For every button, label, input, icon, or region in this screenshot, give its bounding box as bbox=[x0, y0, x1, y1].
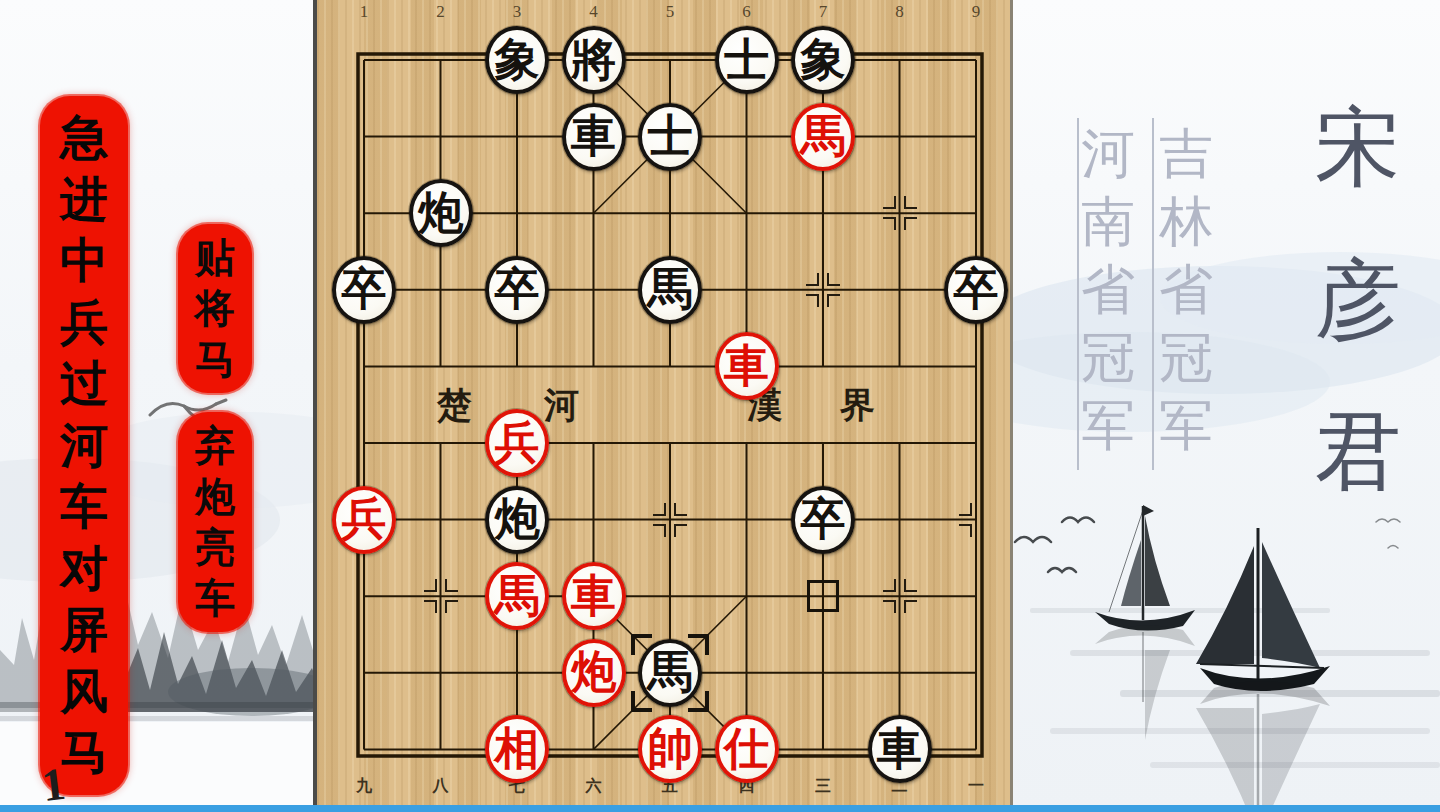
piece-black-advisor[interactable]: 士 bbox=[715, 26, 779, 94]
vertical-char: 弃 bbox=[195, 420, 235, 471]
footer-bar bbox=[0, 805, 1440, 812]
vertical-char: 亮 bbox=[195, 522, 235, 573]
vertical-char: 省 bbox=[1078, 256, 1138, 324]
file-number-bottom: 八 bbox=[429, 776, 453, 797]
vertical-char: 冠 bbox=[1078, 324, 1138, 392]
piece-red-chariot[interactable]: 車 bbox=[562, 562, 626, 630]
piece-black-cannon[interactable]: 炮 bbox=[485, 486, 549, 554]
piece-black-soldier[interactable]: 卒 bbox=[332, 256, 396, 324]
star-point-marker bbox=[959, 503, 993, 537]
piece-red-soldier[interactable]: 兵 bbox=[485, 409, 549, 477]
vertical-char: 急 bbox=[60, 107, 108, 169]
piece-black-chariot[interactable]: 車 bbox=[562, 103, 626, 171]
star-point-marker bbox=[653, 503, 687, 537]
piece-red-horse[interactable]: 馬 bbox=[485, 562, 549, 630]
vertical-char: 军 bbox=[1156, 392, 1216, 460]
piece-red-king[interactable]: 帥 bbox=[638, 715, 702, 783]
star-point-marker bbox=[806, 273, 840, 307]
vertical-char: 冠 bbox=[1156, 324, 1216, 392]
file-number-top: 5 bbox=[658, 2, 682, 22]
file-number-bottom: 九 bbox=[352, 776, 376, 797]
river-char: 界 bbox=[840, 382, 875, 429]
piece-black-elephant[interactable]: 象 bbox=[791, 26, 855, 94]
opening-title-banner: 急进中兵过河车对屏风马 bbox=[40, 96, 128, 795]
vertical-char: 风 bbox=[60, 661, 108, 723]
file-number-top: 4 bbox=[582, 2, 606, 22]
subtitle-banner-2: 弃炮亮车 bbox=[178, 412, 252, 632]
vertical-char: 进 bbox=[60, 169, 108, 231]
file-number-top: 3 bbox=[505, 2, 529, 22]
vertical-char: 车 bbox=[60, 476, 108, 538]
piece-black-soldier[interactable]: 卒 bbox=[485, 256, 549, 324]
piece-black-advisor[interactable]: 士 bbox=[638, 103, 702, 171]
piece-red-chariot[interactable]: 車 bbox=[715, 332, 779, 400]
star-point-marker bbox=[424, 579, 458, 613]
piece-red-cannon[interactable]: 炮 bbox=[562, 639, 626, 707]
last-move-to-marker bbox=[631, 634, 709, 712]
file-number-top: 8 bbox=[888, 2, 912, 22]
vertical-char: 省 bbox=[1156, 256, 1216, 324]
vertical-char: 屏 bbox=[60, 599, 108, 661]
piece-black-chariot[interactable]: 車 bbox=[868, 715, 932, 783]
piece-red-elephant[interactable]: 相 bbox=[485, 715, 549, 783]
vertical-char: 将 bbox=[195, 283, 235, 334]
vertical-char: 吉 bbox=[1156, 120, 1216, 188]
credential-divider-line bbox=[1152, 118, 1154, 470]
vertical-char: 车 bbox=[195, 573, 235, 624]
vertical-char: 炮 bbox=[195, 471, 235, 522]
file-number-top: 6 bbox=[735, 2, 759, 22]
vertical-char: 对 bbox=[60, 538, 108, 600]
piece-red-advisor[interactable]: 仕 bbox=[715, 715, 779, 783]
vertical-char: 贴 bbox=[195, 232, 235, 283]
last-move-from-marker bbox=[807, 580, 839, 612]
piece-red-horse[interactable]: 馬 bbox=[791, 103, 855, 171]
vertical-char: 河 bbox=[60, 415, 108, 477]
vertical-char: 马 bbox=[195, 334, 235, 385]
file-number-top: 2 bbox=[429, 2, 453, 22]
file-number-bottom: 三 bbox=[811, 776, 835, 797]
file-number-bottom: 六 bbox=[582, 776, 606, 797]
river-char: 河 bbox=[544, 382, 579, 429]
vertical-char: 军 bbox=[1078, 392, 1138, 460]
subtitle-banner-1: 贴将马 bbox=[178, 224, 252, 393]
piece-red-soldier[interactable]: 兵 bbox=[332, 486, 396, 554]
star-point-marker bbox=[883, 196, 917, 230]
piece-black-soldier[interactable]: 卒 bbox=[944, 256, 1008, 324]
piece-black-soldier[interactable]: 卒 bbox=[791, 486, 855, 554]
piece-black-horse[interactable]: 馬 bbox=[638, 256, 702, 324]
vertical-char: 马 bbox=[60, 722, 108, 784]
vertical-char: 中 bbox=[60, 230, 108, 292]
file-number-bottom: 一 bbox=[964, 776, 988, 797]
credential-henan-champion: 河南省冠军 bbox=[1078, 120, 1138, 460]
piece-black-king[interactable]: 將 bbox=[562, 26, 626, 94]
vertical-char: 过 bbox=[60, 353, 108, 415]
player-signature: 宋彦君 bbox=[1312, 72, 1404, 528]
piece-black-cannon[interactable]: 炮 bbox=[409, 179, 473, 247]
piece-black-elephant[interactable]: 象 bbox=[485, 26, 549, 94]
vertical-char: 南 bbox=[1078, 188, 1138, 256]
vertical-char: 兵 bbox=[60, 292, 108, 354]
file-number-top: 1 bbox=[352, 2, 376, 22]
vertical-char: 林 bbox=[1156, 188, 1216, 256]
vertical-char: 河 bbox=[1078, 120, 1138, 188]
vertical-char: 君 bbox=[1312, 376, 1404, 528]
file-number-top: 7 bbox=[811, 2, 835, 22]
birds-icon bbox=[1015, 518, 1094, 573]
vertical-char: 宋 bbox=[1312, 72, 1404, 224]
star-point-marker bbox=[883, 579, 917, 613]
vertical-char: 彦 bbox=[1312, 224, 1404, 376]
credential-jilin-champion: 吉林省冠军 bbox=[1156, 120, 1216, 460]
file-number-top: 9 bbox=[964, 2, 988, 22]
sailboat-large bbox=[1196, 528, 1330, 691]
xiangqi-board[interactable]: 楚河 漢界 123456789 九八七六五四三二一 象將士象車士馬炮卒卒馬卒車兵… bbox=[313, 0, 1013, 812]
river-char: 楚 bbox=[437, 382, 472, 429]
sailboat-small bbox=[1095, 505, 1195, 631]
